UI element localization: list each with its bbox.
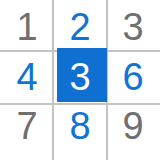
- sudoku-cell-r2c0[interactable]: 7: [0, 99, 54, 153]
- sudoku-cell-r1c0[interactable]: 4: [0, 50, 54, 104]
- sudoku-board: 1 2 3 4 3 6 7 8 9: [0, 0, 160, 160]
- sudoku-cell-r0c2[interactable]: 3: [106, 0, 160, 54]
- sudoku-cell-r1c2[interactable]: 6: [106, 50, 160, 104]
- sudoku-cell-r1c1-selected[interactable]: 3: [53, 50, 107, 104]
- sudoku-cell-r0c1[interactable]: 2: [53, 0, 107, 54]
- sudoku-cell-r2c1[interactable]: 8: [53, 99, 107, 153]
- sudoku-cell-r2c2[interactable]: 9: [106, 99, 160, 153]
- sudoku-cell-r0c0[interactable]: 1: [0, 0, 54, 54]
